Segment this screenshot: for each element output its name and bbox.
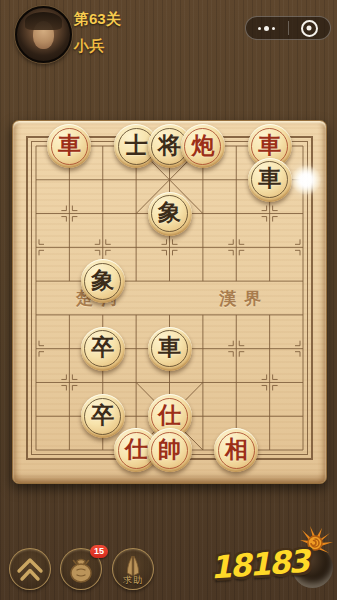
piece-character: 卒 — [91, 336, 114, 359]
piece-black-soldier[interactable]: 卒 — [81, 394, 125, 438]
chevron-home-icon — [15, 555, 45, 583]
piece-red-elephant[interactable]: 相 — [214, 428, 258, 472]
piece-red-general[interactable]: 帥 — [148, 428, 192, 472]
level-block: 第63关 小兵 — [74, 10, 121, 56]
piece-black-chariot[interactable]: 車 — [148, 327, 192, 371]
piece-character: 象 — [91, 269, 114, 292]
piece-black-chariot[interactable]: 車 — [248, 158, 292, 202]
xiangqi-app-screen: 第63关 小兵 楚河 漢界 車士将炮車車象象卒車卒仕仕帥相 15 — [0, 0, 337, 600]
piece-black-elephant[interactable]: 象 — [81, 259, 125, 303]
piece-character: 象 — [158, 201, 181, 224]
piece-character: 車 — [258, 167, 281, 190]
player-avatar[interactable] — [15, 6, 72, 63]
help-button[interactable]: 求助 — [112, 548, 154, 590]
piece-character: 車 — [258, 134, 281, 157]
more-button[interactable] — [246, 17, 288, 39]
money-bag-icon — [67, 554, 95, 584]
hint-count-badge: 15 — [90, 545, 108, 558]
watermark-text: 18183 — [209, 543, 309, 586]
hint-bag-button[interactable]: 15 — [60, 548, 102, 590]
piece-character: 相 — [225, 438, 248, 461]
help-label: 求助 — [113, 574, 153, 587]
river-label-right: 漢界 — [219, 287, 269, 310]
target-icon — [301, 20, 318, 37]
piece-red-cannon[interactable]: 炮 — [181, 124, 225, 168]
piece-character: 車 — [58, 134, 81, 157]
piece-character: 帥 — [158, 438, 181, 461]
home-button[interactable] — [9, 548, 51, 590]
piece-character: 炮 — [191, 134, 214, 157]
18183-watermark: 18183 — [210, 526, 334, 590]
ellipsis-icon — [258, 26, 275, 31]
piece-character: 仕 — [125, 438, 148, 461]
xiangqi-board: 楚河 漢界 車士将炮車車象象卒車卒仕仕帥相 — [12, 120, 327, 484]
piece-character: 車 — [158, 336, 181, 359]
piece-black-elephant[interactable]: 象 — [148, 192, 192, 236]
exit-minimize-button[interactable] — [289, 17, 331, 39]
player-rank-label: 小兵 — [74, 37, 121, 56]
piece-character: 士 — [125, 134, 148, 157]
piece-character: 将 — [158, 134, 181, 157]
piece-black-soldier[interactable]: 卒 — [81, 327, 125, 371]
piece-character: 仕 — [158, 404, 181, 427]
level-label: 第63关 — [74, 10, 121, 29]
wechat-capsule — [245, 16, 331, 40]
piece-character: 卒 — [91, 404, 114, 427]
